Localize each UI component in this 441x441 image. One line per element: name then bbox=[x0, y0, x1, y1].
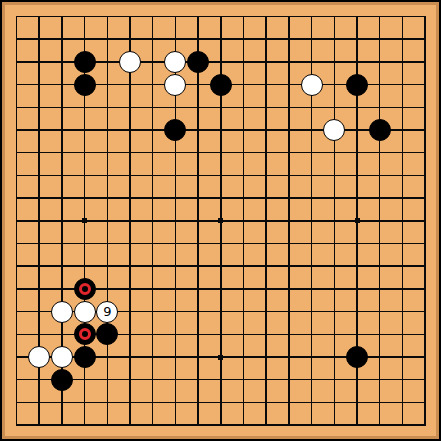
black-stone bbox=[96, 323, 118, 345]
grid-line-vertical bbox=[334, 16, 336, 426]
grid-line-horizontal bbox=[16, 424, 426, 426]
black-stone bbox=[346, 74, 368, 96]
star-point bbox=[82, 218, 87, 223]
black-stone bbox=[187, 51, 209, 73]
grid-line-horizontal bbox=[16, 265, 426, 267]
move-number-label: 9 bbox=[96, 301, 118, 323]
black-stone bbox=[164, 119, 186, 141]
black-stone bbox=[74, 346, 96, 368]
star-point bbox=[218, 355, 223, 360]
black-stone bbox=[369, 119, 391, 141]
grid-line-vertical bbox=[379, 16, 381, 426]
grid-line-vertical bbox=[265, 16, 267, 426]
black-stone bbox=[210, 74, 232, 96]
grid-line-vertical bbox=[402, 16, 404, 426]
white-stone bbox=[119, 51, 141, 73]
grid-line-horizontal bbox=[16, 402, 426, 404]
black-stone bbox=[346, 346, 368, 368]
black-stone bbox=[74, 51, 96, 73]
white-stone bbox=[28, 346, 50, 368]
star-point bbox=[355, 218, 360, 223]
grid-line-horizontal bbox=[16, 243, 426, 245]
white-stone bbox=[74, 301, 96, 323]
white-stone bbox=[164, 51, 186, 73]
white-stone bbox=[51, 346, 73, 368]
grid-line-vertical bbox=[243, 16, 245, 426]
grid-line-horizontal bbox=[16, 379, 426, 381]
black-stone bbox=[74, 74, 96, 96]
go-board: 9 bbox=[0, 0, 441, 441]
black-stone bbox=[51, 369, 73, 391]
white-stone bbox=[164, 74, 186, 96]
white-stone bbox=[301, 74, 323, 96]
grid-line-vertical bbox=[424, 16, 426, 426]
white-stone bbox=[323, 119, 345, 141]
star-point bbox=[218, 218, 223, 223]
white-stone bbox=[51, 301, 73, 323]
red-circle-marker bbox=[79, 283, 91, 295]
red-circle-marker bbox=[79, 328, 91, 340]
grid-line-vertical bbox=[288, 16, 290, 426]
